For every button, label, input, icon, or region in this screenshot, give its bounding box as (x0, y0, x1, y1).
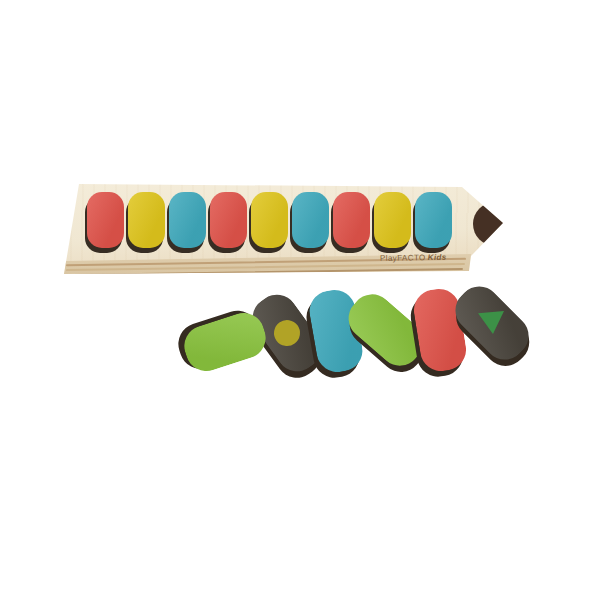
loose-tile-1-green[interactable] (179, 307, 271, 376)
circle-symbol (269, 315, 305, 351)
loose-tiles-area (0, 0, 600, 600)
triangle-symbol (478, 311, 506, 335)
product-photo-toy: PlayFACTOKids (0, 0, 600, 600)
